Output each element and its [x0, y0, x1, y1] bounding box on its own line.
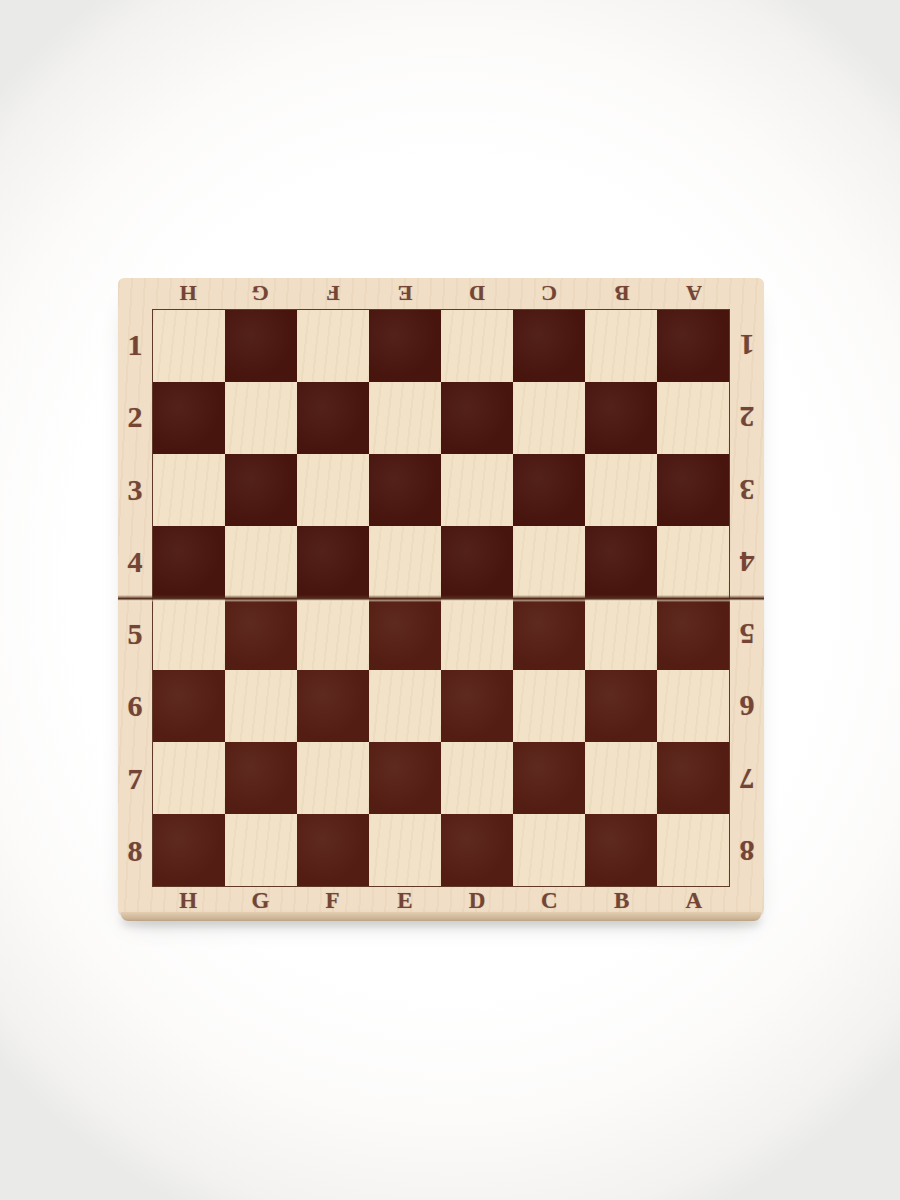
file-label-bottom-a: A: [658, 887, 730, 914]
square-f7[interactable]: [297, 742, 369, 814]
square-d3[interactable]: [441, 454, 513, 526]
square-a1[interactable]: [657, 310, 729, 382]
square-d1[interactable]: [441, 310, 513, 382]
file-label-bottom-d: D: [441, 887, 513, 914]
file-label-bottom-e: E: [369, 887, 441, 914]
file-labels-bottom: HGFEDCBA: [152, 887, 730, 914]
square-a3[interactable]: [657, 454, 729, 526]
square-h8[interactable]: [153, 814, 225, 886]
file-label-bottom-h: H: [152, 887, 224, 914]
rank-label-right-3: 3: [730, 454, 764, 526]
square-e8[interactable]: [369, 814, 441, 886]
square-b6[interactable]: [585, 670, 657, 742]
rank-label-right-7: 7: [730, 743, 764, 815]
rank-label-right-4: 4: [730, 526, 764, 598]
square-h7[interactable]: [153, 742, 225, 814]
rank-labels-right: 12345678: [730, 309, 764, 887]
square-e2[interactable]: [369, 382, 441, 454]
file-label-top-e: E: [369, 278, 441, 309]
rank-label-right-5: 5: [730, 598, 764, 670]
rank-label-right-6: 6: [730, 670, 764, 742]
square-c6[interactable]: [513, 670, 585, 742]
file-label-top-f: F: [297, 278, 369, 309]
board-grid: [152, 309, 730, 887]
rank-label-right-1: 1: [730, 309, 764, 381]
square-g8[interactable]: [225, 814, 297, 886]
rank-label-left-2: 2: [118, 381, 152, 453]
square-e5[interactable]: [369, 598, 441, 670]
rank-label-left-1: 1: [118, 309, 152, 381]
file-label-top-h: H: [152, 278, 224, 309]
file-label-top-b: B: [586, 278, 658, 309]
square-b3[interactable]: [585, 454, 657, 526]
square-e3[interactable]: [369, 454, 441, 526]
square-h4[interactable]: [153, 526, 225, 598]
square-g6[interactable]: [225, 670, 297, 742]
square-b5[interactable]: [585, 598, 657, 670]
file-labels-top: HGFEDCBA: [152, 278, 730, 309]
square-d6[interactable]: [441, 670, 513, 742]
square-e1[interactable]: [369, 310, 441, 382]
file-label-bottom-b: B: [586, 887, 658, 914]
square-c7[interactable]: [513, 742, 585, 814]
rank-label-left-4: 4: [118, 526, 152, 598]
square-b4[interactable]: [585, 526, 657, 598]
rank-label-left-5: 5: [118, 598, 152, 670]
square-c5[interactable]: [513, 598, 585, 670]
square-h6[interactable]: [153, 670, 225, 742]
rank-label-left-7: 7: [118, 743, 152, 815]
square-f5[interactable]: [297, 598, 369, 670]
square-c3[interactable]: [513, 454, 585, 526]
square-d8[interactable]: [441, 814, 513, 886]
square-h2[interactable]: [153, 382, 225, 454]
square-g4[interactable]: [225, 526, 297, 598]
square-b1[interactable]: [585, 310, 657, 382]
square-f2[interactable]: [297, 382, 369, 454]
square-a8[interactable]: [657, 814, 729, 886]
file-label-top-g: G: [224, 278, 296, 309]
rank-label-right-8: 8: [730, 815, 764, 887]
square-a5[interactable]: [657, 598, 729, 670]
square-e4[interactable]: [369, 526, 441, 598]
square-f3[interactable]: [297, 454, 369, 526]
rank-label-left-8: 8: [118, 815, 152, 887]
square-h5[interactable]: [153, 598, 225, 670]
square-a4[interactable]: [657, 526, 729, 598]
file-label-top-a: A: [658, 278, 730, 309]
square-d2[interactable]: [441, 382, 513, 454]
file-label-top-c: C: [513, 278, 585, 309]
board-side-edge: [121, 912, 761, 921]
square-d4[interactable]: [441, 526, 513, 598]
square-a2[interactable]: [657, 382, 729, 454]
square-e7[interactable]: [369, 742, 441, 814]
square-g1[interactable]: [225, 310, 297, 382]
square-g7[interactable]: [225, 742, 297, 814]
square-g5[interactable]: [225, 598, 297, 670]
square-f4[interactable]: [297, 526, 369, 598]
square-h3[interactable]: [153, 454, 225, 526]
square-a6[interactable]: [657, 670, 729, 742]
square-b7[interactable]: [585, 742, 657, 814]
photo-background: HGFEDCBA HGFEDCBA 12345678 12345678: [0, 0, 900, 1200]
square-b8[interactable]: [585, 814, 657, 886]
square-c8[interactable]: [513, 814, 585, 886]
file-label-top-d: D: [441, 278, 513, 309]
rank-label-left-6: 6: [118, 670, 152, 742]
file-label-bottom-g: G: [224, 887, 296, 914]
square-g2[interactable]: [225, 382, 297, 454]
square-g3[interactable]: [225, 454, 297, 526]
square-e6[interactable]: [369, 670, 441, 742]
square-a7[interactable]: [657, 742, 729, 814]
rank-label-left-3: 3: [118, 454, 152, 526]
square-d5[interactable]: [441, 598, 513, 670]
square-f6[interactable]: [297, 670, 369, 742]
square-f1[interactable]: [297, 310, 369, 382]
square-c4[interactable]: [513, 526, 585, 598]
square-h1[interactable]: [153, 310, 225, 382]
square-c2[interactable]: [513, 382, 585, 454]
square-c1[interactable]: [513, 310, 585, 382]
file-label-bottom-f: F: [297, 887, 369, 914]
rank-labels-left: 12345678: [118, 309, 152, 887]
square-d7[interactable]: [441, 742, 513, 814]
file-label-bottom-c: C: [513, 887, 585, 914]
square-f8[interactable]: [297, 814, 369, 886]
rank-label-right-2: 2: [730, 381, 764, 453]
chess-board: HGFEDCBA HGFEDCBA 12345678 12345678: [118, 278, 764, 914]
square-b2[interactable]: [585, 382, 657, 454]
